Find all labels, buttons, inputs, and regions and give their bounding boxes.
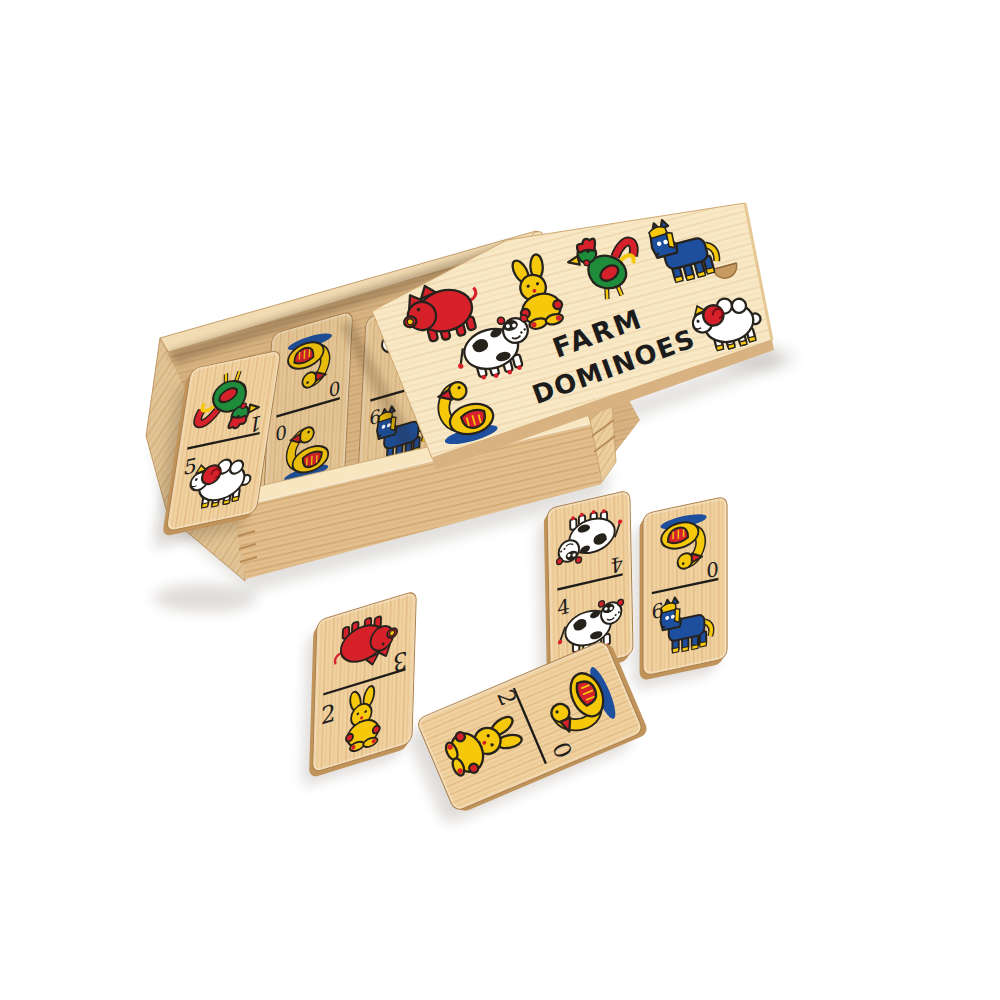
box-sliding-lid[interactable]: FARMDOMINOES [0,0,1000,1000]
tile-number-bottom: 4 [557,594,570,621]
tile-number-bottom: 2 [321,698,336,730]
tile-number-top: 0 [706,556,718,583]
domino-tile-pig-rabbit[interactable]: 32 [312,588,426,785]
farm-dominoes-product-photo: 00 6 15 [0,0,1000,1000]
domino-tile-goose-horse[interactable]: 06 [643,494,737,688]
lid-top-surface[interactable]: FARMDOMINOES [372,203,774,470]
tile-number-top: 3 [392,645,407,677]
tile-number-top: 4 [610,551,623,578]
tile-number-bottom: 6 [651,598,663,625]
